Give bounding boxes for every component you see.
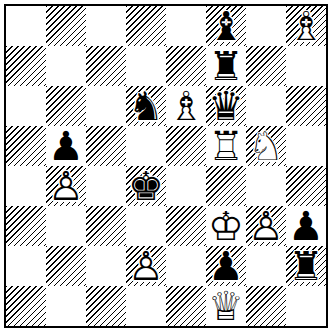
square-e7[interactable] bbox=[166, 46, 206, 86]
square-e4[interactable] bbox=[166, 166, 206, 206]
white-pawn-b4[interactable]: ♙ bbox=[46, 166, 86, 206]
square-b5[interactable]: ♟♟ bbox=[46, 126, 86, 166]
white-pawn-g3[interactable]: ♙ bbox=[246, 206, 286, 246]
white-knight-g5[interactable]: ♘ bbox=[246, 126, 286, 166]
square-g4[interactable] bbox=[246, 166, 286, 206]
square-a3[interactable] bbox=[6, 206, 46, 246]
square-a1[interactable] bbox=[6, 286, 46, 326]
black-bishop-f8[interactable]: ♝ bbox=[206, 6, 246, 46]
square-f1[interactable]: ♛♕ bbox=[206, 286, 246, 326]
square-e6[interactable]: ♝♗ bbox=[166, 86, 206, 126]
square-c4[interactable] bbox=[86, 166, 126, 206]
square-f6[interactable]: ♛♛ bbox=[206, 86, 246, 126]
square-g6[interactable] bbox=[246, 86, 286, 126]
square-a7[interactable] bbox=[6, 46, 46, 86]
black-pawn-b5[interactable]: ♟ bbox=[46, 126, 86, 166]
black-rook-h2[interactable]: ♜ bbox=[286, 246, 326, 286]
square-g2[interactable] bbox=[246, 246, 286, 286]
square-c3[interactable] bbox=[86, 206, 126, 246]
square-g1[interactable] bbox=[246, 286, 286, 326]
square-b7[interactable] bbox=[46, 46, 86, 86]
square-b3[interactable] bbox=[46, 206, 86, 246]
square-h7[interactable] bbox=[286, 46, 326, 86]
square-f7[interactable]: ♜♜ bbox=[206, 46, 246, 86]
square-c5[interactable] bbox=[86, 126, 126, 166]
square-b2[interactable] bbox=[46, 246, 86, 286]
square-a6[interactable] bbox=[6, 86, 46, 126]
square-d4[interactable]: ♚♚ bbox=[126, 166, 166, 206]
square-f4[interactable] bbox=[206, 166, 246, 206]
square-h5[interactable] bbox=[286, 126, 326, 166]
square-d3[interactable] bbox=[126, 206, 166, 246]
square-b6[interactable] bbox=[46, 86, 86, 126]
black-queen-f6[interactable]: ♛ bbox=[206, 86, 246, 126]
white-king-f3[interactable]: ♔ bbox=[206, 206, 246, 246]
square-c7[interactable] bbox=[86, 46, 126, 86]
square-e5[interactable] bbox=[166, 126, 206, 166]
square-d6[interactable]: ♞♞ bbox=[126, 86, 166, 126]
square-d1[interactable] bbox=[126, 286, 166, 326]
black-rook-f7[interactable]: ♜ bbox=[206, 46, 246, 86]
white-queen-f1[interactable]: ♕ bbox=[206, 286, 246, 326]
square-g3[interactable]: ♟♙ bbox=[246, 206, 286, 246]
square-f3[interactable]: ♚♔ bbox=[206, 206, 246, 246]
square-a5[interactable] bbox=[6, 126, 46, 166]
square-d7[interactable] bbox=[126, 46, 166, 86]
square-f8[interactable]: ♝♝ bbox=[206, 6, 246, 46]
square-c6[interactable] bbox=[86, 86, 126, 126]
white-bishop-e6[interactable]: ♗ bbox=[166, 86, 206, 126]
square-h3[interactable]: ♟♟ bbox=[286, 206, 326, 246]
square-e1[interactable] bbox=[166, 286, 206, 326]
square-h8[interactable]: ♝♗ bbox=[286, 6, 326, 46]
black-pawn-h3[interactable]: ♟ bbox=[286, 206, 326, 246]
square-c8[interactable] bbox=[86, 6, 126, 46]
square-b1[interactable] bbox=[46, 286, 86, 326]
square-h6[interactable] bbox=[286, 86, 326, 126]
white-rook-f5[interactable]: ♖ bbox=[206, 126, 246, 166]
square-c2[interactable] bbox=[86, 246, 126, 286]
square-h1[interactable] bbox=[286, 286, 326, 326]
square-b4[interactable]: ♟♙ bbox=[46, 166, 86, 206]
square-b8[interactable] bbox=[46, 6, 86, 46]
black-pawn-f2[interactable]: ♟ bbox=[206, 246, 246, 286]
square-f5[interactable]: ♜♖ bbox=[206, 126, 246, 166]
black-knight-d6[interactable]: ♞ bbox=[126, 86, 166, 126]
square-d2[interactable]: ♟♙ bbox=[126, 246, 166, 286]
square-g7[interactable] bbox=[246, 46, 286, 86]
square-h2[interactable]: ♜♜ bbox=[286, 246, 326, 286]
white-bishop-h8[interactable]: ♗ bbox=[286, 6, 326, 46]
square-e8[interactable] bbox=[166, 6, 206, 46]
square-h4[interactable] bbox=[286, 166, 326, 206]
square-c1[interactable] bbox=[86, 286, 126, 326]
square-e3[interactable] bbox=[166, 206, 206, 246]
square-f2[interactable]: ♟♟ bbox=[206, 246, 246, 286]
square-a2[interactable] bbox=[6, 246, 46, 286]
white-pawn-d2[interactable]: ♙ bbox=[126, 246, 166, 286]
square-a4[interactable] bbox=[6, 166, 46, 206]
square-g5[interactable]: ♞♘ bbox=[246, 126, 286, 166]
square-e2[interactable] bbox=[166, 246, 206, 286]
chess-board: ♝♝♝♗♜♜♞♞♝♗♛♛♟♟♜♖♞♘♟♙♚♚♚♔♟♙♟♟♟♙♟♟♜♜♛♕ bbox=[6, 6, 326, 326]
square-a8[interactable] bbox=[6, 6, 46, 46]
black-king-d4[interactable]: ♚ bbox=[126, 166, 166, 206]
square-d8[interactable] bbox=[126, 6, 166, 46]
chess-board-frame: ♝♝♝♗♜♜♞♞♝♗♛♛♟♟♜♖♞♘♟♙♚♚♚♔♟♙♟♟♟♙♟♟♜♜♛♕ bbox=[4, 4, 328, 328]
square-d5[interactable] bbox=[126, 126, 166, 166]
square-g8[interactable] bbox=[246, 6, 286, 46]
